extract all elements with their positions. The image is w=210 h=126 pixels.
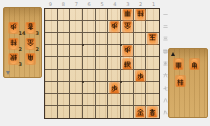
board-square[interactable] bbox=[146, 57, 159, 69]
file-label: 5 bbox=[96, 1, 109, 7]
file-label: 1 bbox=[147, 1, 160, 7]
board-square[interactable] bbox=[146, 94, 159, 106]
board-square[interactable] bbox=[58, 21, 71, 33]
board-square[interactable] bbox=[121, 106, 134, 118]
board-square[interactable] bbox=[45, 33, 58, 45]
rank-label bbox=[161, 33, 169, 45]
shogi-piece[interactable] bbox=[122, 21, 133, 33]
board-square[interactable] bbox=[96, 82, 109, 94]
gote-marker-icon bbox=[6, 71, 10, 75]
board-square[interactable] bbox=[58, 94, 71, 106]
board-square[interactable] bbox=[96, 70, 109, 82]
board-square[interactable] bbox=[83, 106, 96, 118]
board-square[interactable] bbox=[96, 33, 109, 45]
board-square[interactable] bbox=[83, 82, 96, 94]
shogi-piece[interactable] bbox=[8, 53, 19, 65]
board-square[interactable] bbox=[70, 70, 83, 82]
shogi-piece[interactable] bbox=[25, 22, 36, 34]
shogi-diagram: 987654321 143223 bbox=[0, 0, 210, 126]
gote-hand-stand: 143223 bbox=[3, 7, 42, 78]
file-label: 6 bbox=[83, 1, 96, 7]
board-square[interactable] bbox=[58, 9, 71, 21]
board-square[interactable] bbox=[70, 21, 83, 33]
shogi-piece[interactable] bbox=[122, 45, 133, 57]
board-square[interactable] bbox=[58, 57, 71, 69]
board-square[interactable] bbox=[96, 106, 109, 118]
board-square[interactable] bbox=[83, 45, 96, 57]
board-square[interactable] bbox=[146, 82, 159, 94]
file-label: 2 bbox=[134, 1, 147, 7]
board-square[interactable] bbox=[108, 70, 121, 82]
board-square[interactable] bbox=[96, 9, 109, 21]
hand-piece-count: 3 bbox=[19, 62, 22, 67]
hand-piece-count: 2 bbox=[36, 47, 39, 52]
board-square[interactable] bbox=[146, 9, 159, 21]
board-square[interactable] bbox=[58, 106, 71, 118]
board-square[interactable] bbox=[45, 21, 58, 33]
board-square[interactable] bbox=[58, 33, 71, 45]
board-square[interactable] bbox=[58, 45, 71, 57]
board-square[interactable] bbox=[146, 21, 159, 33]
star-point bbox=[120, 81, 122, 83]
file-label: 7 bbox=[70, 1, 83, 7]
shogi-piece[interactable] bbox=[8, 22, 19, 34]
board-square[interactable] bbox=[146, 45, 159, 57]
shogi-piece[interactable] bbox=[147, 106, 158, 118]
board-square[interactable] bbox=[83, 9, 96, 21]
board-square[interactable] bbox=[58, 70, 71, 82]
shogi-piece[interactable] bbox=[175, 75, 186, 87]
board-square[interactable] bbox=[83, 70, 96, 82]
shogi-piece[interactable] bbox=[122, 58, 133, 70]
board-square[interactable] bbox=[134, 57, 147, 69]
board-square[interactable] bbox=[134, 94, 147, 106]
board-square[interactable] bbox=[83, 57, 96, 69]
board-square[interactable] bbox=[70, 82, 83, 94]
board-square[interactable] bbox=[108, 9, 121, 21]
file-label: 3 bbox=[121, 1, 134, 7]
board-square[interactable] bbox=[45, 82, 58, 94]
board-square[interactable] bbox=[96, 57, 109, 69]
sente-hand-stand bbox=[168, 48, 208, 118]
file-label: 9 bbox=[44, 1, 57, 7]
shogi-piece[interactable] bbox=[135, 106, 146, 118]
board-square[interactable] bbox=[83, 21, 96, 33]
board-square[interactable] bbox=[96, 21, 109, 33]
board-square[interactable] bbox=[134, 33, 147, 45]
board-square[interactable] bbox=[70, 94, 83, 106]
board-square[interactable] bbox=[70, 45, 83, 57]
board-square[interactable] bbox=[70, 57, 83, 69]
board-square[interactable] bbox=[134, 21, 147, 33]
board-square[interactable] bbox=[108, 33, 121, 45]
board-square[interactable] bbox=[108, 45, 121, 57]
board-square[interactable] bbox=[108, 94, 121, 106]
shogi-piece[interactable] bbox=[173, 58, 184, 70]
board-square[interactable] bbox=[45, 70, 58, 82]
board-square[interactable] bbox=[121, 94, 134, 106]
board-square[interactable] bbox=[121, 70, 134, 82]
shogi-piece[interactable] bbox=[135, 9, 146, 21]
hand-piece-count: 2 bbox=[19, 47, 22, 52]
board-square[interactable] bbox=[121, 82, 134, 94]
board-square[interactable] bbox=[134, 82, 147, 94]
board-square[interactable] bbox=[134, 45, 147, 57]
shogi-piece[interactable] bbox=[8, 38, 19, 50]
sente-marker-icon bbox=[171, 52, 175, 56]
shogi-piece[interactable] bbox=[25, 53, 36, 65]
rank-label bbox=[161, 20, 169, 32]
shogi-piece[interactable] bbox=[25, 38, 36, 50]
shogi-piece[interactable] bbox=[135, 70, 146, 82]
board-square[interactable] bbox=[96, 94, 109, 106]
shogi-piece[interactable] bbox=[109, 21, 120, 33]
board-square[interactable] bbox=[96, 45, 109, 57]
shogi-piece[interactable] bbox=[109, 82, 120, 94]
board-square[interactable] bbox=[45, 106, 58, 118]
board-square[interactable] bbox=[121, 33, 134, 45]
board-square[interactable] bbox=[146, 70, 159, 82]
hand-piece-count: 3 bbox=[36, 31, 39, 36]
board-square[interactable] bbox=[45, 57, 58, 69]
board-square[interactable] bbox=[108, 106, 121, 118]
star-point bbox=[82, 81, 84, 83]
board-square[interactable] bbox=[70, 9, 83, 21]
file-label: 4 bbox=[108, 1, 121, 7]
shogi-board bbox=[44, 8, 160, 119]
board-square[interactable] bbox=[83, 33, 96, 45]
board-square[interactable] bbox=[45, 94, 58, 106]
file-label: 8 bbox=[57, 1, 70, 7]
shogi-piece[interactable] bbox=[189, 58, 200, 70]
board-square[interactable] bbox=[45, 9, 58, 21]
board-square[interactable] bbox=[83, 94, 96, 106]
board-square[interactable] bbox=[70, 33, 83, 45]
file-labels: 987654321 bbox=[44, 1, 160, 7]
shogi-piece[interactable] bbox=[147, 33, 158, 45]
board-square[interactable] bbox=[70, 106, 83, 118]
board-square[interactable] bbox=[45, 45, 58, 57]
rank-label bbox=[161, 8, 169, 20]
board-square[interactable] bbox=[108, 57, 121, 69]
board-square[interactable] bbox=[58, 82, 71, 94]
shogi-piece[interactable] bbox=[122, 9, 133, 21]
